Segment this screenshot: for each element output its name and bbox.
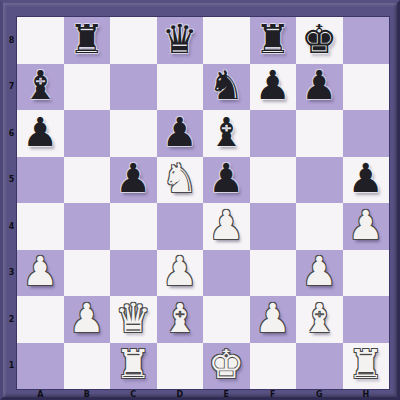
piece-black-knight[interactable]: ♞	[208, 65, 244, 105]
rank-label-5: 5	[6, 175, 17, 184]
square-g6[interactable]	[296, 110, 343, 157]
piece-white-knight[interactable]: ♞	[162, 158, 198, 198]
file-label-f: F	[250, 390, 297, 399]
square-e1[interactable]: ♚	[203, 343, 250, 390]
file-labels: ABCDEFGH	[17, 389, 389, 400]
square-d8[interactable]: ♛	[157, 17, 204, 64]
square-g2[interactable]: ♝	[296, 296, 343, 343]
piece-white-pawn[interactable]: ♟	[69, 298, 105, 338]
square-f4[interactable]	[250, 203, 297, 250]
square-a2[interactable]	[17, 296, 64, 343]
square-c3[interactable]	[110, 250, 157, 297]
piece-black-king[interactable]: ♚	[301, 19, 337, 59]
square-f5[interactable]	[250, 157, 297, 204]
square-g8[interactable]: ♚	[296, 17, 343, 64]
square-d5[interactable]: ♞	[157, 157, 204, 204]
piece-white-pawn[interactable]: ♟	[22, 251, 58, 291]
square-b3[interactable]	[64, 250, 111, 297]
piece-black-pawn[interactable]: ♟	[348, 158, 384, 198]
square-f1[interactable]	[250, 343, 297, 390]
square-h7[interactable]	[343, 64, 390, 111]
square-c8[interactable]	[110, 17, 157, 64]
piece-white-king[interactable]: ♚	[208, 344, 244, 384]
chess-board[interactable]: ♜♛♜♚♝♞♟♟♟♟♝♟♞♟♟♟♟♟♟♟♟♛♝♟♝♜♚♜	[17, 17, 389, 389]
square-c6[interactable]	[110, 110, 157, 157]
square-d6[interactable]: ♟	[157, 110, 204, 157]
rank-label-1: 1	[6, 361, 17, 370]
square-f7[interactable]: ♟	[250, 64, 297, 111]
rank-label-4: 4	[6, 222, 17, 231]
rank-label-7: 7	[6, 82, 17, 91]
file-label-e: E	[203, 390, 250, 399]
square-e6[interactable]: ♝	[203, 110, 250, 157]
square-b6[interactable]	[64, 110, 111, 157]
piece-white-bishop[interactable]: ♝	[301, 298, 337, 338]
square-d4[interactable]	[157, 203, 204, 250]
square-d3[interactable]: ♟	[157, 250, 204, 297]
piece-black-pawn[interactable]: ♟	[208, 158, 244, 198]
square-h5[interactable]: ♟	[343, 157, 390, 204]
square-c5[interactable]: ♟	[110, 157, 157, 204]
square-e4[interactable]: ♟	[203, 203, 250, 250]
square-e5[interactable]: ♟	[203, 157, 250, 204]
square-g5[interactable]	[296, 157, 343, 204]
piece-white-pawn[interactable]: ♟	[162, 251, 198, 291]
square-e2[interactable]	[203, 296, 250, 343]
square-f3[interactable]	[250, 250, 297, 297]
piece-black-rook[interactable]: ♜	[69, 19, 105, 59]
square-g1[interactable]	[296, 343, 343, 390]
file-label-b: B	[64, 390, 111, 399]
square-f2[interactable]: ♟	[250, 296, 297, 343]
piece-black-queen[interactable]: ♛	[162, 19, 198, 59]
file-label-h: H	[343, 390, 390, 399]
rank-labels: 87654321	[6, 17, 17, 389]
piece-black-pawn[interactable]: ♟	[301, 65, 337, 105]
file-label-d: D	[157, 390, 204, 399]
square-a4[interactable]	[17, 203, 64, 250]
piece-white-rook[interactable]: ♜	[115, 344, 151, 384]
rank-label-8: 8	[6, 36, 17, 45]
piece-white-pawn[interactable]: ♟	[255, 298, 291, 338]
file-label-a: A	[17, 390, 64, 399]
square-h6[interactable]	[343, 110, 390, 157]
square-b5[interactable]	[64, 157, 111, 204]
square-h8[interactable]	[343, 17, 390, 64]
piece-black-pawn[interactable]: ♟	[22, 112, 58, 152]
rank-label-2: 2	[6, 315, 17, 324]
piece-white-pawn[interactable]: ♟	[301, 251, 337, 291]
square-a7[interactable]: ♝	[17, 64, 64, 111]
file-label-c: C	[110, 390, 157, 399]
square-e8[interactable]	[203, 17, 250, 64]
square-c7[interactable]	[110, 64, 157, 111]
chess-app: 87654321 ABCDEFGH ♜♛♜♚♝♞♟♟♟♟♝♟♞♟♟♟♟♟♟♟♟♛…	[0, 0, 400, 400]
square-b2[interactable]: ♟	[64, 296, 111, 343]
file-label-g: G	[296, 390, 343, 399]
piece-black-rook[interactable]: ♜	[255, 19, 291, 59]
piece-white-bishop[interactable]: ♝	[162, 298, 198, 338]
piece-black-pawn[interactable]: ♟	[115, 158, 151, 198]
square-f6[interactable]	[250, 110, 297, 157]
square-b1[interactable]	[64, 343, 111, 390]
square-a5[interactable]	[17, 157, 64, 204]
square-h3[interactable]	[343, 250, 390, 297]
piece-white-queen[interactable]: ♛	[115, 298, 151, 338]
square-b4[interactable]	[64, 203, 111, 250]
square-h2[interactable]	[343, 296, 390, 343]
square-a6[interactable]: ♟	[17, 110, 64, 157]
piece-black-pawn[interactable]: ♟	[255, 65, 291, 105]
square-a8[interactable]	[17, 17, 64, 64]
piece-black-bishop[interactable]: ♝	[22, 65, 58, 105]
square-b7[interactable]	[64, 64, 111, 111]
piece-white-rook[interactable]: ♜	[348, 344, 384, 384]
square-b8[interactable]: ♜	[64, 17, 111, 64]
rank-label-6: 6	[6, 129, 17, 138]
square-h4[interactable]: ♟	[343, 203, 390, 250]
piece-white-pawn[interactable]: ♟	[348, 205, 384, 245]
square-g4[interactable]	[296, 203, 343, 250]
square-c1[interactable]: ♜	[110, 343, 157, 390]
square-c4[interactable]	[110, 203, 157, 250]
square-d1[interactable]	[157, 343, 204, 390]
square-d7[interactable]	[157, 64, 204, 111]
square-a1[interactable]	[17, 343, 64, 390]
piece-black-bishop[interactable]: ♝	[208, 112, 244, 152]
rank-label-3: 3	[6, 268, 17, 277]
square-h1[interactable]: ♜	[343, 343, 390, 390]
square-g7[interactable]: ♟	[296, 64, 343, 111]
piece-black-pawn[interactable]: ♟	[162, 112, 198, 152]
square-c2[interactable]: ♛	[110, 296, 157, 343]
square-d2[interactable]: ♝	[157, 296, 204, 343]
chess-board-frame: 87654321 ABCDEFGH ♜♛♜♚♝♞♟♟♟♟♝♟♞♟♟♟♟♟♟♟♟♛…	[0, 0, 400, 400]
square-e3[interactable]	[203, 250, 250, 297]
square-a3[interactable]: ♟	[17, 250, 64, 297]
square-g3[interactable]: ♟	[296, 250, 343, 297]
square-f8[interactable]: ♜	[250, 17, 297, 64]
piece-white-pawn[interactable]: ♟	[208, 205, 244, 245]
square-e7[interactable]: ♞	[203, 64, 250, 111]
